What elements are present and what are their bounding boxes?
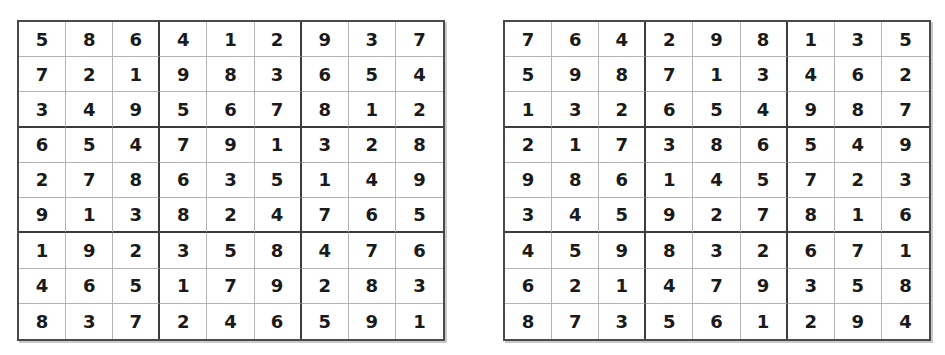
sudoku-cell[interactable]: 6 (19, 128, 66, 163)
sudoku-cell[interactable]: 1 (741, 304, 788, 339)
sudoku-cell[interactable]: 8 (552, 163, 599, 198)
sudoku-cell[interactable]: 9 (693, 22, 740, 57)
sudoku-cell[interactable]: 4 (19, 269, 66, 304)
sudoku-cell[interactable]: 7 (835, 233, 882, 268)
sudoku-cell[interactable]: 8 (113, 163, 160, 198)
sudoku-cell[interactable]: 7 (552, 304, 599, 339)
sudoku-cell[interactable]: 7 (19, 57, 66, 92)
sudoku-cell[interactable]: 6 (835, 57, 882, 92)
sudoku-cell[interactable]: 9 (788, 92, 835, 127)
sudoku-cell[interactable]: 2 (349, 128, 396, 163)
sudoku-cell[interactable]: 8 (396, 128, 443, 163)
sudoku-cell[interactable]: 4 (599, 22, 646, 57)
sudoku-cell[interactable]: 6 (599, 163, 646, 198)
sudoku-cell[interactable]: 8 (882, 269, 929, 304)
sudoku-cell[interactable]: 4 (349, 163, 396, 198)
sudoku-cell[interactable]: 2 (160, 304, 207, 339)
sudoku-cell[interactable]: 2 (599, 92, 646, 127)
sudoku-cell[interactable]: 1 (302, 163, 349, 198)
sudoku-cell[interactable]: 3 (835, 22, 882, 57)
sudoku-cell[interactable]: 2 (505, 128, 552, 163)
sudoku-cell[interactable]: 3 (882, 163, 929, 198)
sudoku-cell[interactable]: 8 (505, 304, 552, 339)
sudoku-cell[interactable]: 4 (646, 269, 693, 304)
sudoku-grid-left: 5864129377219836543495678126547913282786… (17, 20, 445, 341)
sudoku-cell[interactable]: 8 (160, 198, 207, 233)
sudoku-cell[interactable]: 8 (646, 233, 693, 268)
sudoku-cell[interactable]: 6 (882, 198, 929, 233)
sudoku-cell[interactable]: 7 (599, 128, 646, 163)
sudoku-cell[interactable]: 6 (788, 233, 835, 268)
sudoku-cell[interactable]: 1 (396, 304, 443, 339)
sudoku-cell[interactable]: 9 (835, 304, 882, 339)
sudoku-cell[interactable]: 6 (505, 269, 552, 304)
sudoku-cell[interactable]: 6 (207, 92, 254, 127)
sudoku-cell[interactable]: 1 (66, 198, 113, 233)
sudoku-cell[interactable]: 8 (788, 198, 835, 233)
sudoku-cell[interactable]: 9 (255, 269, 302, 304)
sudoku-cell[interactable]: 2 (66, 57, 113, 92)
sudoku-cell[interactable]: 5 (646, 304, 693, 339)
sudoku-cell[interactable]: 5 (788, 128, 835, 163)
sudoku-cell[interactable]: 5 (349, 57, 396, 92)
sudoku-cell[interactable]: 1 (255, 128, 302, 163)
sudoku-cell[interactable]: 9 (19, 198, 66, 233)
sudoku-cell[interactable]: 2 (788, 304, 835, 339)
sudoku-cell[interactable]: 5 (693, 92, 740, 127)
sudoku-cell[interactable]: 3 (113, 198, 160, 233)
sudoku-cell[interactable]: 5 (66, 128, 113, 163)
sudoku-cell[interactable]: 9 (302, 22, 349, 57)
sudoku-cell[interactable]: 5 (741, 163, 788, 198)
sudoku-cell[interactable]: 1 (788, 22, 835, 57)
sudoku-cell[interactable]: 7 (505, 22, 552, 57)
sudoku-cell[interactable]: 5 (160, 92, 207, 127)
sudoku-cell[interactable]: 2 (255, 22, 302, 57)
sudoku-cell[interactable]: 5 (207, 233, 254, 268)
sudoku-cell[interactable]: 6 (552, 22, 599, 57)
sudoku-cell[interactable]: 8 (741, 22, 788, 57)
sudoku-cell[interactable]: 9 (396, 163, 443, 198)
sudoku-cell[interactable]: 5 (882, 22, 929, 57)
sudoku-cell[interactable]: 7 (693, 269, 740, 304)
sudoku-cell[interactable]: 1 (19, 233, 66, 268)
sudoku-cell[interactable]: 3 (552, 92, 599, 127)
sudoku-cell[interactable]: 9 (599, 233, 646, 268)
sudoku-cell[interactable]: 1 (646, 163, 693, 198)
sudoku-cell[interactable]: 7 (788, 163, 835, 198)
sudoku-cell[interactable]: 1 (552, 128, 599, 163)
sudoku-cell[interactable]: 7 (255, 92, 302, 127)
sudoku-cell[interactable]: 7 (646, 57, 693, 92)
sudoku-cell[interactable]: 5 (599, 198, 646, 233)
sudoku-cell[interactable]: 1 (835, 198, 882, 233)
sudoku-cell[interactable]: 4 (207, 304, 254, 339)
sudoku-cell[interactable]: 6 (160, 163, 207, 198)
sudoku-cell[interactable]: 1 (113, 57, 160, 92)
sudoku-cell[interactable]: 5 (255, 163, 302, 198)
sudoku-cell[interactable]: 9 (741, 269, 788, 304)
sudoku-cell[interactable]: 5 (19, 22, 66, 57)
sudoku-cell[interactable]: 6 (349, 198, 396, 233)
page: 5864129377219836543495678126547913282786… (0, 0, 945, 355)
sudoku-cell[interactable]: 3 (255, 57, 302, 92)
sudoku-cell[interactable]: 8 (349, 269, 396, 304)
sudoku-cell[interactable]: 2 (741, 233, 788, 268)
sudoku-cell[interactable]: 6 (741, 128, 788, 163)
sudoku-cell[interactable]: 9 (646, 198, 693, 233)
sudoku-cell[interactable]: 2 (552, 269, 599, 304)
sudoku-cell[interactable]: 1 (349, 92, 396, 127)
sudoku-cell[interactable]: 4 (835, 128, 882, 163)
sudoku-cell[interactable]: 5 (505, 57, 552, 92)
sudoku-cell[interactable]: 9 (552, 57, 599, 92)
sudoku-cell[interactable]: 2 (207, 198, 254, 233)
sudoku-cell[interactable]: 2 (835, 163, 882, 198)
sudoku-cell[interactable]: 2 (882, 57, 929, 92)
sudoku-cell[interactable]: 6 (113, 22, 160, 57)
sudoku-cell[interactable]: 4 (505, 233, 552, 268)
sudoku-cell[interactable]: 7 (302, 198, 349, 233)
sudoku-cell[interactable]: 5 (835, 269, 882, 304)
sudoku-cell[interactable]: 4 (255, 198, 302, 233)
sudoku-cell[interactable]: 5 (302, 304, 349, 339)
sudoku-cell[interactable]: 8 (66, 22, 113, 57)
sudoku-cell[interactable]: 3 (207, 163, 254, 198)
sudoku-cell[interactable]: 8 (835, 92, 882, 127)
sudoku-cell[interactable]: 7 (882, 92, 929, 127)
sudoku-cell[interactable]: 7 (396, 22, 443, 57)
sudoku-cell[interactable]: 3 (505, 198, 552, 233)
sudoku-cell[interactable]: 6 (255, 304, 302, 339)
sudoku-cell[interactable]: 9 (66, 233, 113, 268)
sudoku-cell[interactable]: 8 (207, 57, 254, 92)
sudoku-cell[interactable]: 3 (741, 57, 788, 92)
sudoku-cell[interactable]: 9 (207, 128, 254, 163)
sudoku-cell[interactable]: 1 (505, 92, 552, 127)
sudoku-cell[interactable]: 8 (693, 128, 740, 163)
sudoku-cell[interactable]: 4 (552, 198, 599, 233)
sudoku-cell[interactable]: 3 (396, 269, 443, 304)
sudoku-cell[interactable]: 9 (349, 304, 396, 339)
sudoku-cell[interactable]: 5 (396, 198, 443, 233)
sudoku-cell[interactable]: 2 (302, 269, 349, 304)
sudoku-cell[interactable]: 3 (19, 92, 66, 127)
sudoku-cell[interactable]: 7 (207, 269, 254, 304)
sudoku-cell[interactable]: 4 (302, 233, 349, 268)
sudoku-cell[interactable]: 8 (302, 92, 349, 127)
sudoku-cell[interactable]: 7 (113, 304, 160, 339)
sudoku-cell[interactable]: 1 (207, 22, 254, 57)
sudoku-cell[interactable]: 6 (396, 233, 443, 268)
sudoku-cell[interactable]: 3 (160, 233, 207, 268)
sudoku-cell[interactable]: 6 (646, 92, 693, 127)
sudoku-cell[interactable]: 8 (599, 57, 646, 92)
sudoku-cell[interactable]: 9 (505, 163, 552, 198)
sudoku-cell[interactable]: 3 (302, 128, 349, 163)
sudoku-cell[interactable]: 3 (599, 304, 646, 339)
sudoku-cell[interactable]: 9 (113, 92, 160, 127)
sudoku-cell[interactable]: 2 (113, 233, 160, 268)
sudoku-cell[interactable]: 7 (741, 198, 788, 233)
sudoku-cell[interactable]: 5 (552, 233, 599, 268)
sudoku-cell[interactable]: 1 (599, 269, 646, 304)
sudoku-cell[interactable]: 2 (19, 163, 66, 198)
sudoku-cell[interactable]: 5 (113, 269, 160, 304)
sudoku-cell[interactable]: 4 (66, 92, 113, 127)
sudoku-cell[interactable]: 4 (396, 57, 443, 92)
sudoku-cell[interactable]: 4 (113, 128, 160, 163)
sudoku-cell[interactable]: 9 (160, 57, 207, 92)
sudoku-cell[interactable]: 2 (396, 92, 443, 127)
sudoku-cell[interactable]: 8 (255, 233, 302, 268)
sudoku-cell[interactable]: 3 (66, 304, 113, 339)
sudoku-cell[interactable]: 8 (19, 304, 66, 339)
sudoku-cell[interactable]: 6 (66, 269, 113, 304)
sudoku-cell[interactable]: 1 (160, 269, 207, 304)
sudoku-cell[interactable]: 2 (693, 198, 740, 233)
sudoku-cell[interactable]: 7 (66, 163, 113, 198)
sudoku-cell[interactable]: 6 (693, 304, 740, 339)
sudoku-cell[interactable]: 1 (882, 233, 929, 268)
sudoku-cell[interactable]: 7 (349, 233, 396, 268)
sudoku-cell[interactable]: 3 (646, 128, 693, 163)
sudoku-cell[interactable]: 4 (788, 57, 835, 92)
sudoku-cell[interactable]: 4 (882, 304, 929, 339)
sudoku-cell[interactable]: 4 (741, 92, 788, 127)
sudoku-cell[interactable]: 3 (693, 233, 740, 268)
sudoku-cell[interactable]: 6 (302, 57, 349, 92)
sudoku-cell[interactable]: 9 (882, 128, 929, 163)
sudoku-cell[interactable]: 3 (788, 269, 835, 304)
sudoku-cell[interactable]: 4 (693, 163, 740, 198)
sudoku-grid-right: 7642981355987134621326549872173865499861… (503, 20, 931, 341)
sudoku-cell[interactable]: 4 (160, 22, 207, 57)
sudoku-cell[interactable]: 3 (349, 22, 396, 57)
sudoku-cell[interactable]: 2 (646, 22, 693, 57)
sudoku-cell[interactable]: 7 (160, 128, 207, 163)
sudoku-cell[interactable]: 1 (693, 57, 740, 92)
